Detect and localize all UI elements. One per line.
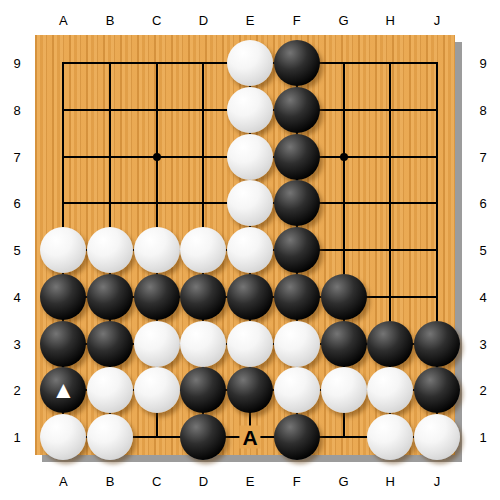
coord-label-left-7: 7: [13, 149, 20, 164]
stone-black-A2[interactable]: [40, 367, 86, 413]
stone-black-H3[interactable]: [367, 321, 413, 367]
coord-label-bottom-F: F: [293, 474, 301, 489]
coord-label-top-E: E: [246, 13, 255, 28]
coord-label-right-9: 9: [479, 56, 486, 71]
coord-label-bottom-H: H: [386, 474, 395, 489]
stone-black-D2[interactable]: [180, 367, 226, 413]
stone-white-A5[interactable]: [40, 227, 86, 273]
coord-label-top-A: A: [59, 13, 68, 28]
stone-black-E2[interactable]: [227, 367, 273, 413]
stone-white-C5[interactable]: [134, 227, 180, 273]
stone-white-E3[interactable]: [227, 321, 273, 367]
stone-white-D5[interactable]: [180, 227, 226, 273]
stone-white-E9[interactable]: [227, 40, 273, 86]
stone-white-E8[interactable]: [227, 87, 273, 133]
stone-white-E6[interactable]: [227, 180, 273, 226]
coord-label-top-B: B: [106, 13, 115, 28]
star-point-C7: [153, 153, 161, 161]
stone-black-F8[interactable]: [274, 87, 320, 133]
point-label-E1[interactable]: A: [240, 425, 261, 448]
stone-white-J1[interactable]: [414, 414, 460, 460]
stone-white-A1[interactable]: [40, 414, 86, 460]
stone-black-C4[interactable]: [134, 274, 180, 320]
coord-label-top-D: D: [199, 13, 208, 28]
stone-white-C2[interactable]: [134, 367, 180, 413]
coord-label-top-J: J: [434, 13, 441, 28]
coord-label-right-7: 7: [479, 149, 486, 164]
stone-white-G2[interactable]: [321, 367, 367, 413]
coord-label-left-8: 8: [13, 103, 20, 118]
coord-label-right-4: 4: [479, 289, 486, 304]
coord-label-left-1: 1: [13, 429, 20, 444]
stone-black-D4[interactable]: [180, 274, 226, 320]
stone-white-E7[interactable]: [227, 134, 273, 180]
coord-label-right-3: 3: [479, 336, 486, 351]
coord-label-bottom-A: A: [59, 474, 68, 489]
stone-black-F9[interactable]: [274, 40, 320, 86]
stone-white-E5[interactable]: [227, 227, 273, 273]
coord-label-bottom-C: C: [152, 474, 161, 489]
coord-label-bottom-B: B: [106, 474, 115, 489]
coord-label-left-3: 3: [13, 336, 20, 351]
coord-label-bottom-D: D: [199, 474, 208, 489]
coord-label-bottom-J: J: [434, 474, 441, 489]
coord-label-right-6: 6: [479, 196, 486, 211]
stone-black-G3[interactable]: [321, 321, 367, 367]
stone-white-B5[interactable]: [87, 227, 133, 273]
coord-label-top-H: H: [386, 13, 395, 28]
stone-black-E4[interactable]: [227, 274, 273, 320]
coord-label-left-9: 9: [13, 56, 20, 71]
coord-label-left-2: 2: [13, 383, 20, 398]
go-diagram: ▲A AA99BB88CC77DD66EE55FF44GG33HH22JJ11: [0, 0, 500, 500]
go-board[interactable]: ▲A: [35, 35, 455, 455]
stone-white-D3[interactable]: [180, 321, 226, 367]
stone-black-D1[interactable]: [180, 414, 226, 460]
stone-black-G4[interactable]: [321, 274, 367, 320]
stone-white-B1[interactable]: [87, 414, 133, 460]
coord-label-right-1: 1: [479, 429, 486, 444]
coord-label-left-4: 4: [13, 289, 20, 304]
stone-white-F2[interactable]: [274, 367, 320, 413]
stone-black-F7[interactable]: [274, 134, 320, 180]
coord-label-top-F: F: [293, 13, 301, 28]
coord-label-right-8: 8: [479, 103, 486, 118]
stone-white-H2[interactable]: [367, 367, 413, 413]
coord-label-bottom-G: G: [338, 474, 348, 489]
coord-label-bottom-E: E: [246, 474, 255, 489]
stone-black-F4[interactable]: [274, 274, 320, 320]
stone-white-C3[interactable]: [134, 321, 180, 367]
coord-label-left-6: 6: [13, 196, 20, 211]
coord-label-right-2: 2: [479, 383, 486, 398]
coord-label-top-G: G: [338, 13, 348, 28]
stone-black-B3[interactable]: [87, 321, 133, 367]
stone-black-A4[interactable]: [40, 274, 86, 320]
stone-black-F1[interactable]: [274, 414, 320, 460]
star-point-G7: [340, 153, 348, 161]
stone-black-B4[interactable]: [87, 274, 133, 320]
stone-black-F6[interactable]: [274, 180, 320, 226]
stone-black-J2[interactable]: [414, 367, 460, 413]
coord-label-left-5: 5: [13, 243, 20, 258]
stone-white-H1[interactable]: [367, 414, 413, 460]
stone-black-F5[interactable]: [274, 227, 320, 273]
stone-black-A3[interactable]: [40, 321, 86, 367]
stone-black-J3[interactable]: [414, 321, 460, 367]
coord-label-top-C: C: [152, 13, 161, 28]
stone-white-F3[interactable]: [274, 321, 320, 367]
stone-white-B2[interactable]: [87, 367, 133, 413]
coord-label-right-5: 5: [479, 243, 486, 258]
